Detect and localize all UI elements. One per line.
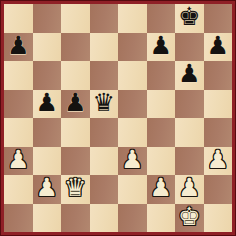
square-a6[interactable] [4,61,33,90]
square-c2[interactable]: ♛ [61,175,90,204]
square-g1[interactable]: ♚ [175,204,204,233]
piece-black-pawn: ♟ [178,61,200,88]
square-a7[interactable]: ♟ [4,33,33,62]
square-f8[interactable] [147,4,176,33]
square-d1[interactable] [90,204,119,233]
piece-white-pawn: ♟ [207,147,229,174]
piece-white-pawn: ♟ [7,147,29,174]
square-f1[interactable] [147,204,176,233]
square-c1[interactable] [61,204,90,233]
square-a4[interactable] [4,118,33,147]
square-e8[interactable] [118,4,147,33]
square-d8[interactable] [90,4,119,33]
square-h2[interactable] [204,175,233,204]
board-frame: ♚♟♟♟♟♟♟♛♟♟♟♟♛♟♟♚ [0,0,236,236]
piece-black-king: ♚ [178,4,200,31]
square-e5[interactable] [118,90,147,119]
square-d6[interactable] [90,61,119,90]
square-a3[interactable]: ♟ [4,147,33,176]
square-g8[interactable]: ♚ [175,4,204,33]
piece-white-pawn: ♟ [36,175,58,202]
piece-black-pawn: ♟ [7,33,29,60]
square-e3[interactable]: ♟ [118,147,147,176]
square-g5[interactable] [175,90,204,119]
square-h8[interactable] [204,4,233,33]
square-b7[interactable] [33,33,62,62]
square-d5[interactable]: ♛ [90,90,119,119]
square-h1[interactable] [204,204,233,233]
square-c8[interactable] [61,4,90,33]
piece-black-pawn: ♟ [64,90,86,117]
piece-black-pawn: ♟ [207,33,229,60]
piece-black-pawn: ♟ [36,90,58,117]
square-c5[interactable]: ♟ [61,90,90,119]
square-g7[interactable] [175,33,204,62]
square-f4[interactable] [147,118,176,147]
square-f5[interactable] [147,90,176,119]
square-f7[interactable]: ♟ [147,33,176,62]
square-a1[interactable] [4,204,33,233]
square-d7[interactable] [90,33,119,62]
square-c4[interactable] [61,118,90,147]
piece-white-pawn: ♟ [150,175,172,202]
square-g2[interactable]: ♟ [175,175,204,204]
square-g4[interactable] [175,118,204,147]
square-a5[interactable] [4,90,33,119]
square-b4[interactable] [33,118,62,147]
square-e7[interactable] [118,33,147,62]
square-b8[interactable] [33,4,62,33]
chess-board: ♚♟♟♟♟♟♟♛♟♟♟♟♛♟♟♚ [4,4,232,232]
square-b3[interactable] [33,147,62,176]
square-c6[interactable] [61,61,90,90]
square-d4[interactable] [90,118,119,147]
square-d2[interactable] [90,175,119,204]
square-f3[interactable] [147,147,176,176]
square-c3[interactable] [61,147,90,176]
square-b6[interactable] [33,61,62,90]
square-f2[interactable]: ♟ [147,175,176,204]
square-h3[interactable]: ♟ [204,147,233,176]
square-d3[interactable] [90,147,119,176]
square-h6[interactable] [204,61,233,90]
square-a8[interactable] [4,4,33,33]
square-e4[interactable] [118,118,147,147]
square-e6[interactable] [118,61,147,90]
square-b1[interactable] [33,204,62,233]
square-c7[interactable] [61,33,90,62]
square-e2[interactable] [118,175,147,204]
square-b5[interactable]: ♟ [33,90,62,119]
piece-black-queen: ♛ [93,90,115,117]
piece-white-queen: ♛ [64,175,86,202]
piece-white-pawn: ♟ [178,175,200,202]
square-g6[interactable]: ♟ [175,61,204,90]
square-g3[interactable] [175,147,204,176]
square-a2[interactable] [4,175,33,204]
square-b2[interactable]: ♟ [33,175,62,204]
piece-black-pawn: ♟ [150,33,172,60]
square-f6[interactable] [147,61,176,90]
square-h4[interactable] [204,118,233,147]
piece-white-pawn: ♟ [121,147,143,174]
square-h5[interactable] [204,90,233,119]
square-e1[interactable] [118,204,147,233]
square-h7[interactable]: ♟ [204,33,233,62]
piece-white-king: ♚ [178,204,200,231]
